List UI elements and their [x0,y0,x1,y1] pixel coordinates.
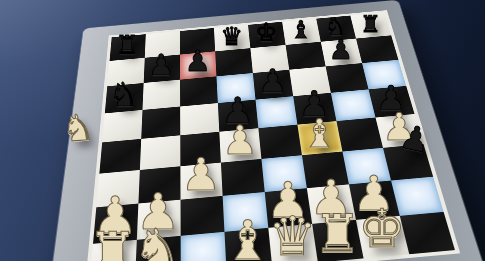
square-e4[interactable] [258,124,302,158]
square-b4[interactable] [139,135,180,170]
white-knight-b1[interactable]: ♞ [133,222,182,261]
square-h1[interactable] [399,211,454,253]
square-b6[interactable] [142,79,180,109]
square-g4[interactable] [336,117,383,151]
square-g6[interactable] [325,63,368,93]
black-king-e8[interactable]: ♚ [255,20,277,45]
square-a5[interactable] [102,109,142,141]
square-g5[interactable] [330,89,375,121]
white-queen-e1[interactable]: ♛ [268,210,316,261]
square-b5[interactable] [141,106,180,138]
black-rook-h8[interactable]: ♜ [360,13,381,36]
square-d7[interactable] [215,48,253,76]
white-bishop-d1[interactable]: ♝ [224,214,272,261]
square-d3[interactable] [220,158,264,195]
square-c5[interactable] [180,103,219,135]
selected-white-bishop-f4[interactable]: ♝ [302,114,337,153]
square-c2[interactable] [180,195,224,235]
black-pawn-g7[interactable]: ♟ [329,37,353,64]
chess-3d-scene: ♜♛♚♝♞♜♟♟♟♞♟♟♟♟♟♝♟♟♟♟♟♟♟♜♞♝♛♜♚♞♟ [0,0,485,261]
black-pawn-b7[interactable]: ♟ [148,51,174,80]
square-h7[interactable] [355,35,397,63]
white-rook-a1[interactable]: ♜ [88,225,138,261]
black-bishop-f8[interactable]: ♝ [290,18,312,42]
white-pawn-c3[interactable]: ♟ [181,152,221,197]
white-pawn-d4[interactable]: ♟ [222,120,258,160]
square-f7[interactable] [285,41,325,69]
black-pawn-e6[interactable]: ♟ [258,65,287,97]
black-pawn-c7[interactable]: ♟ [185,48,211,77]
black-rook-a8[interactable]: ♜ [116,32,139,58]
captured-white-knight: ♞ [61,109,96,147]
square-c6[interactable] [180,76,218,106]
captured-black-pawn: ♟ [397,119,433,157]
white-king-g1[interactable]: ♚ [358,203,406,256]
black-knight-a6[interactable]: ♞ [109,78,139,111]
square-e5[interactable] [255,96,297,128]
square-c1[interactable] [180,231,226,261]
square-a4[interactable] [99,138,141,173]
white-rook-f1[interactable]: ♜ [314,207,362,260]
black-queen-d8[interactable]: ♛ [220,24,242,49]
